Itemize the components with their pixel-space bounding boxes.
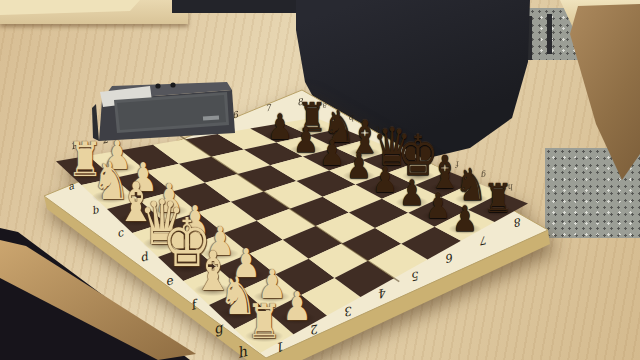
piece-black-pawn-a7[interactable]: ♟ (267, 108, 293, 143)
piece-black-pawn-f7[interactable]: ♟ (399, 174, 425, 209)
piece-black-pawn-g7[interactable]: ♟ (425, 188, 451, 223)
piece-white-pawn-h2[interactable]: ♟ (283, 287, 312, 327)
piece-black-pawn-d7[interactable]: ♟ (346, 148, 372, 183)
piece-black-rook-h8[interactable]: ♜ (483, 178, 512, 218)
piece-black-pawn-c7[interactable]: ♟ (320, 135, 346, 170)
piece-white-rook-h1[interactable]: ♜ (247, 298, 282, 346)
piece-black-pawn-b7[interactable]: ♟ (293, 122, 319, 157)
piece-black-pawn-h7[interactable]: ♟ (452, 201, 478, 236)
piece-black-pawn-e7[interactable]: ♟ (372, 161, 398, 196)
photo-scene: abcdefgh1234567812345678abcdefgh ♜♞♝♛♚♝♞… (0, 0, 640, 360)
